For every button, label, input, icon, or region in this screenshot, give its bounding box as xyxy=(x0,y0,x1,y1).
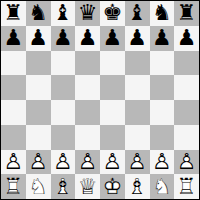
square-h5[interactable] xyxy=(174,75,199,100)
piece-outline: ♙ xyxy=(127,149,147,174)
piece-white-pawn[interactable]: ♟♙ xyxy=(177,151,197,173)
square-e4[interactable] xyxy=(100,100,125,125)
piece-outline: ♙ xyxy=(152,149,172,174)
square-b6[interactable] xyxy=(26,51,51,76)
square-g1[interactable]: ♞♘ xyxy=(150,174,175,199)
square-a1[interactable]: ♜♖ xyxy=(1,174,26,199)
piece-black-bishop[interactable]: ♝ xyxy=(127,2,147,24)
square-c4[interactable] xyxy=(51,100,76,125)
square-d1[interactable]: ♛♕ xyxy=(75,174,100,199)
piece-black-pawn[interactable]: ♟ xyxy=(127,27,147,49)
square-a7[interactable]: ♟ xyxy=(1,26,26,51)
square-f4[interactable] xyxy=(125,100,150,125)
piece-white-king[interactable]: ♚♔ xyxy=(103,176,123,198)
square-h4[interactable] xyxy=(174,100,199,125)
square-g5[interactable] xyxy=(150,75,175,100)
piece-black-queen[interactable]: ♛ xyxy=(78,2,98,24)
square-e5[interactable] xyxy=(100,75,125,100)
piece-outline: ♙ xyxy=(177,149,197,174)
square-d8[interactable]: ♛ xyxy=(75,1,100,26)
square-f1[interactable]: ♝♗ xyxy=(125,174,150,199)
square-g6[interactable] xyxy=(150,51,175,76)
square-a4[interactable] xyxy=(1,100,26,125)
square-c6[interactable] xyxy=(51,51,76,76)
piece-black-pawn[interactable]: ♟ xyxy=(28,27,48,49)
square-e3[interactable] xyxy=(100,125,125,150)
piece-outline: ♘ xyxy=(28,174,48,199)
piece-outline: ♙ xyxy=(4,149,24,174)
square-d2[interactable]: ♟♙ xyxy=(75,150,100,175)
piece-outline: ♙ xyxy=(53,149,73,174)
square-f3[interactable] xyxy=(125,125,150,150)
square-d7[interactable]: ♟ xyxy=(75,26,100,51)
piece-outline: ♔ xyxy=(103,174,123,199)
piece-white-pawn[interactable]: ♟♙ xyxy=(152,151,172,173)
piece-white-queen[interactable]: ♛♕ xyxy=(78,176,98,198)
square-h7[interactable]: ♟ xyxy=(174,26,199,51)
square-h8[interactable]: ♜ xyxy=(174,1,199,26)
square-g8[interactable]: ♞ xyxy=(150,1,175,26)
piece-white-pawn[interactable]: ♟♙ xyxy=(28,151,48,173)
square-b4[interactable] xyxy=(26,100,51,125)
square-b2[interactable]: ♟♙ xyxy=(26,150,51,175)
piece-outline: ♖ xyxy=(177,174,197,199)
square-g7[interactable]: ♟ xyxy=(150,26,175,51)
chess-board: ♜♞♝♛♚♝♞♜♟♟♟♟♟♟♟♟♟♙♟♙♟♙♟♙♟♙♟♙♟♙♟♙♜♖♞♘♝♗♛♕… xyxy=(0,0,200,200)
square-h2[interactable]: ♟♙ xyxy=(174,150,199,175)
square-g4[interactable] xyxy=(150,100,175,125)
square-d5[interactable] xyxy=(75,75,100,100)
square-c5[interactable] xyxy=(51,75,76,100)
piece-white-rook[interactable]: ♜♖ xyxy=(4,176,24,198)
square-d4[interactable] xyxy=(75,100,100,125)
square-a3[interactable] xyxy=(1,125,26,150)
piece-outline: ♙ xyxy=(28,149,48,174)
square-e2[interactable]: ♟♙ xyxy=(100,150,125,175)
piece-white-knight[interactable]: ♞♘ xyxy=(152,176,172,198)
piece-black-pawn[interactable]: ♟ xyxy=(53,27,73,49)
piece-black-rook[interactable]: ♜ xyxy=(4,2,24,24)
square-h6[interactable] xyxy=(174,51,199,76)
piece-black-pawn[interactable]: ♟ xyxy=(177,27,197,49)
piece-white-rook[interactable]: ♜♖ xyxy=(177,176,197,198)
piece-black-bishop[interactable]: ♝ xyxy=(53,2,73,24)
piece-black-pawn[interactable]: ♟ xyxy=(103,27,123,49)
square-e1[interactable]: ♚♔ xyxy=(100,174,125,199)
square-a6[interactable] xyxy=(1,51,26,76)
piece-white-pawn[interactable]: ♟♙ xyxy=(78,151,98,173)
square-c1[interactable]: ♝♗ xyxy=(51,174,76,199)
piece-outline: ♗ xyxy=(53,174,73,199)
square-b3[interactable] xyxy=(26,125,51,150)
piece-white-pawn[interactable]: ♟♙ xyxy=(103,151,123,173)
square-d3[interactable] xyxy=(75,125,100,150)
square-b7[interactable]: ♟ xyxy=(26,26,51,51)
square-c3[interactable] xyxy=(51,125,76,150)
piece-black-pawn[interactable]: ♟ xyxy=(4,27,24,49)
square-e8[interactable]: ♚ xyxy=(100,1,125,26)
square-f5[interactable] xyxy=(125,75,150,100)
square-d6[interactable] xyxy=(75,51,100,76)
square-c8[interactable]: ♝ xyxy=(51,1,76,26)
piece-outline: ♙ xyxy=(103,149,123,174)
square-b1[interactable]: ♞♘ xyxy=(26,174,51,199)
square-h3[interactable] xyxy=(174,125,199,150)
piece-black-knight[interactable]: ♞ xyxy=(152,2,172,24)
piece-black-king[interactable]: ♚ xyxy=(103,2,123,24)
piece-outline: ♘ xyxy=(152,174,172,199)
square-c2[interactable]: ♟♙ xyxy=(51,150,76,175)
piece-outline: ♙ xyxy=(78,149,98,174)
square-a8[interactable]: ♜ xyxy=(1,1,26,26)
square-f2[interactable]: ♟♙ xyxy=(125,150,150,175)
piece-black-rook[interactable]: ♜ xyxy=(177,2,197,24)
piece-white-bishop[interactable]: ♝♗ xyxy=(53,176,73,198)
piece-outline: ♕ xyxy=(78,174,98,199)
piece-white-pawn[interactable]: ♟♙ xyxy=(4,151,24,173)
piece-outline: ♗ xyxy=(127,174,147,199)
piece-white-pawn[interactable]: ♟♙ xyxy=(53,151,73,173)
square-h1[interactable]: ♜♖ xyxy=(174,174,199,199)
square-f6[interactable] xyxy=(125,51,150,76)
square-e7[interactable]: ♟ xyxy=(100,26,125,51)
piece-black-pawn[interactable]: ♟ xyxy=(78,27,98,49)
square-b5[interactable] xyxy=(26,75,51,100)
piece-white-bishop[interactable]: ♝♗ xyxy=(127,176,147,198)
square-g3[interactable] xyxy=(150,125,175,150)
square-g2[interactable]: ♟♙ xyxy=(150,150,175,175)
square-f8[interactable]: ♝ xyxy=(125,1,150,26)
piece-outline: ♖ xyxy=(4,174,24,199)
piece-white-knight[interactable]: ♞♘ xyxy=(28,176,48,198)
square-b8[interactable]: ♞ xyxy=(26,1,51,26)
square-e6[interactable] xyxy=(100,51,125,76)
piece-black-pawn[interactable]: ♟ xyxy=(152,27,172,49)
square-f7[interactable]: ♟ xyxy=(125,26,150,51)
square-c7[interactable]: ♟ xyxy=(51,26,76,51)
piece-black-knight[interactable]: ♞ xyxy=(28,2,48,24)
piece-white-pawn[interactable]: ♟♙ xyxy=(127,151,147,173)
square-a2[interactable]: ♟♙ xyxy=(1,150,26,175)
square-a5[interactable] xyxy=(1,75,26,100)
